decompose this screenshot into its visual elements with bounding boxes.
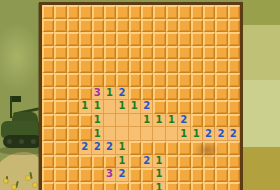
cell-6-12[interactable]	[191, 87, 203, 101]
cell-10-7[interactable]	[129, 141, 141, 155]
cell-6-0[interactable]	[42, 87, 54, 101]
cell-9-6[interactable]	[116, 127, 128, 141]
cell-2-4[interactable]	[92, 32, 104, 46]
cell-8-12[interactable]	[191, 114, 203, 128]
flower-icon	[12, 185, 16, 189]
cell-10-10[interactable]	[166, 141, 178, 155]
cell-5-3[interactable]	[79, 73, 91, 87]
cell-13-8[interactable]	[141, 182, 153, 190]
cell-7-9[interactable]	[153, 100, 165, 114]
cell-13-14[interactable]	[215, 182, 227, 190]
cell-2-8[interactable]	[141, 32, 153, 46]
cell-10-12[interactable]	[191, 141, 203, 155]
cell-1-1[interactable]	[54, 19, 66, 33]
cell-6-6[interactable]: 2	[116, 87, 128, 101]
cell-1-5[interactable]	[104, 19, 116, 33]
cell-4-8[interactable]	[141, 59, 153, 73]
cell-8-6[interactable]	[116, 114, 128, 128]
cell-6-14[interactable]	[215, 87, 227, 101]
cell-4-13[interactable]	[203, 59, 215, 73]
cell-2-10[interactable]	[166, 32, 178, 46]
cell-1-14[interactable]	[215, 19, 227, 33]
cell-11-12[interactable]	[191, 155, 203, 169]
cell-9-3[interactable]	[79, 127, 91, 141]
cell-9-13[interactable]: 2	[203, 127, 215, 141]
cell-4-2[interactable]	[67, 59, 79, 73]
tank-wheel	[7, 139, 12, 144]
cell-7-5[interactable]	[104, 100, 116, 114]
cell-2-5[interactable]	[104, 32, 116, 46]
cell-11-2[interactable]	[67, 155, 79, 169]
cell-8-11[interactable]: 2	[178, 114, 190, 128]
cell-13-15[interactable]	[228, 182, 240, 190]
cell-3-10[interactable]	[166, 46, 178, 60]
cell-8-3[interactable]	[79, 114, 91, 128]
cell-6-9[interactable]	[153, 87, 165, 101]
cell-1-13[interactable]	[203, 19, 215, 33]
cell-3-8[interactable]	[141, 46, 153, 60]
cell-4-1[interactable]	[54, 59, 66, 73]
cell-13-7[interactable]	[129, 182, 141, 190]
cell-1-0[interactable]	[42, 19, 54, 33]
cell-6-2[interactable]	[67, 87, 79, 101]
cell-12-15[interactable]	[228, 168, 240, 182]
cell-12-12[interactable]	[191, 168, 203, 182]
cell-10-14[interactable]	[215, 141, 227, 155]
cell-12-13[interactable]	[203, 168, 215, 182]
cell-4-0[interactable]	[42, 59, 54, 73]
sand-patch	[0, 152, 44, 190]
cell-5-12[interactable]	[191, 73, 203, 87]
background-band-low	[243, 80, 280, 147]
cell-2-1[interactable]	[54, 32, 66, 46]
cell-9-4[interactable]: 1	[92, 127, 104, 141]
cell-8-9[interactable]: 1	[153, 114, 165, 128]
cell-8-14[interactable]	[215, 114, 227, 128]
cell-8-15[interactable]	[228, 114, 240, 128]
game-scene: 312111121111211122222211213211	[0, 0, 280, 190]
cell-4-14[interactable]	[215, 59, 227, 73]
cell-12-11[interactable]	[178, 168, 190, 182]
cell-10-8[interactable]	[141, 141, 153, 155]
cell-3-12[interactable]	[191, 46, 203, 60]
cell-7-14[interactable]	[215, 100, 227, 114]
cell-13-10[interactable]	[166, 182, 178, 190]
cell-9-7[interactable]	[129, 127, 141, 141]
cell-9-1[interactable]	[54, 127, 66, 141]
cell-13-0[interactable]	[42, 182, 54, 190]
cell-1-9[interactable]	[153, 19, 165, 33]
cell-11-8[interactable]: 2	[141, 155, 153, 169]
cell-5-13[interactable]	[203, 73, 215, 87]
cell-10-9[interactable]	[153, 141, 165, 155]
cell-7-12[interactable]	[191, 100, 203, 114]
cell-5-6[interactable]	[116, 73, 128, 87]
cell-0-10[interactable]	[166, 5, 178, 19]
cell-4-4[interactable]	[92, 59, 104, 73]
cell-1-4[interactable]	[92, 19, 104, 33]
cell-7-0[interactable]	[42, 100, 54, 114]
cell-3-11[interactable]	[178, 46, 190, 60]
cell-7-1[interactable]	[54, 100, 66, 114]
cell-11-11[interactable]	[178, 155, 190, 169]
cell-0-9[interactable]	[153, 5, 165, 19]
cell-5-14[interactable]	[215, 73, 227, 87]
cell-11-7[interactable]	[129, 155, 141, 169]
cell-4-5[interactable]	[104, 59, 116, 73]
cell-8-10[interactable]: 1	[166, 114, 178, 128]
cell-0-4[interactable]	[92, 5, 104, 19]
cell-6-7[interactable]	[129, 87, 141, 101]
cell-12-9[interactable]: 1	[153, 168, 165, 182]
cell-13-6[interactable]	[116, 182, 128, 190]
cell-7-10[interactable]	[166, 100, 178, 114]
cell-5-5[interactable]	[104, 73, 116, 87]
cell-10-4[interactable]: 2	[92, 141, 104, 155]
cell-13-5[interactable]	[104, 182, 116, 190]
cell-8-7[interactable]	[129, 114, 141, 128]
cell-11-14[interactable]	[215, 155, 227, 169]
cell-2-0[interactable]	[42, 32, 54, 46]
cell-0-15[interactable]	[228, 5, 240, 19]
cell-10-5[interactable]: 2	[104, 141, 116, 155]
cell-2-9[interactable]	[153, 32, 165, 46]
cell-9-11[interactable]: 1	[178, 127, 190, 141]
flower-icon	[33, 183, 37, 187]
cell-4-7[interactable]	[129, 59, 141, 73]
cell-8-8[interactable]: 1	[141, 114, 153, 128]
cell-7-15[interactable]	[228, 100, 240, 114]
cell-1-15[interactable]	[228, 19, 240, 33]
cell-5-4[interactable]	[92, 73, 104, 87]
cell-1-3[interactable]	[79, 19, 91, 33]
cell-11-10[interactable]	[166, 155, 178, 169]
cell-5-8[interactable]	[141, 73, 153, 87]
tank	[0, 94, 44, 154]
cell-0-0[interactable]	[42, 5, 54, 19]
cell-8-5[interactable]	[104, 114, 116, 128]
cell-13-11[interactable]	[178, 182, 190, 190]
cell-0-1[interactable]	[54, 5, 66, 19]
cell-10-11[interactable]	[178, 141, 190, 155]
tank-flag	[12, 96, 21, 102]
cell-1-12[interactable]	[191, 19, 203, 33]
cell-10-15[interactable]	[228, 141, 240, 155]
cell-11-5[interactable]	[104, 155, 116, 169]
cell-7-2[interactable]	[67, 100, 79, 114]
tank-wheel	[19, 139, 24, 144]
background-band-mid	[243, 25, 280, 80]
cell-2-12[interactable]	[191, 32, 203, 46]
cell-9-14[interactable]: 2	[215, 127, 227, 141]
cell-3-1[interactable]	[54, 46, 66, 60]
cell-9-0[interactable]	[42, 127, 54, 141]
cell-10-0[interactable]	[42, 141, 54, 155]
cell-0-7[interactable]	[129, 5, 141, 19]
cell-3-5[interactable]	[104, 46, 116, 60]
cell-5-10[interactable]	[166, 73, 178, 87]
grass-highlight	[0, 22, 42, 92]
minesweeper-board[interactable]: 312111121111211122222211213211	[39, 2, 243, 190]
cell-7-3[interactable]: 1	[79, 100, 91, 114]
cell-4-12[interactable]	[191, 59, 203, 73]
cell-12-14[interactable]	[215, 168, 227, 182]
tank-wheel	[31, 139, 36, 144]
cell-4-15[interactable]	[228, 59, 240, 73]
cell-3-2[interactable]	[67, 46, 79, 60]
cell-0-6[interactable]	[116, 5, 128, 19]
cell-12-10[interactable]	[166, 168, 178, 182]
cell-0-12[interactable]	[191, 5, 203, 19]
background-band-top	[243, 0, 280, 25]
cell-7-11[interactable]	[178, 100, 190, 114]
background-band-bottom	[243, 147, 280, 190]
cell-6-13[interactable]	[203, 87, 215, 101]
cell-1-11[interactable]	[178, 19, 190, 33]
cell-11-1[interactable]	[54, 155, 66, 169]
board-grid: 312111121111211122222211213211	[42, 5, 240, 190]
cell-6-10[interactable]	[166, 87, 178, 101]
cell-9-5[interactable]	[104, 127, 116, 141]
cell-1-10[interactable]	[166, 19, 178, 33]
cell-9-15[interactable]: 2	[228, 127, 240, 141]
cell-12-0[interactable]	[42, 168, 54, 182]
cell-2-2[interactable]	[67, 32, 79, 46]
cell-13-2[interactable]	[67, 182, 79, 190]
cell-6-1[interactable]	[54, 87, 66, 101]
cell-13-9[interactable]: 1	[153, 182, 165, 190]
cell-8-13[interactable]	[203, 114, 215, 128]
cell-4-10[interactable]	[166, 59, 178, 73]
cell-0-5[interactable]	[104, 5, 116, 19]
cell-11-6[interactable]: 1	[116, 155, 128, 169]
cell-3-4[interactable]	[92, 46, 104, 60]
cell-12-2[interactable]	[67, 168, 79, 182]
flower-icon	[26, 176, 30, 180]
cell-5-1[interactable]	[54, 73, 66, 87]
cell-2-13[interactable]	[203, 32, 215, 46]
cell-10-13[interactable]	[203, 141, 215, 155]
cell-4-9[interactable]	[153, 59, 165, 73]
cell-0-2[interactable]	[67, 5, 79, 19]
cell-0-14[interactable]	[215, 5, 227, 19]
cell-11-3[interactable]	[79, 155, 91, 169]
cell-2-15[interactable]	[228, 32, 240, 46]
cell-3-15[interactable]	[228, 46, 240, 60]
cell-4-11[interactable]	[178, 59, 190, 73]
cell-9-8[interactable]	[141, 127, 153, 141]
cell-3-7[interactable]	[129, 46, 141, 60]
cell-9-2[interactable]	[67, 127, 79, 141]
cell-1-2[interactable]	[67, 19, 79, 33]
cell-1-7[interactable]	[129, 19, 141, 33]
cell-6-15[interactable]	[228, 87, 240, 101]
cell-6-8[interactable]	[141, 87, 153, 101]
cell-1-8[interactable]	[141, 19, 153, 33]
cell-7-6[interactable]: 1	[116, 100, 128, 114]
cell-10-6[interactable]: 1	[116, 141, 128, 155]
cell-5-0[interactable]	[42, 73, 54, 87]
cell-3-3[interactable]	[79, 46, 91, 60]
cell-8-1[interactable]	[54, 114, 66, 128]
cell-3-0[interactable]	[42, 46, 54, 60]
cell-11-13[interactable]	[203, 155, 215, 169]
cell-9-10[interactable]	[166, 127, 178, 141]
cell-0-8[interactable]	[141, 5, 153, 19]
cell-13-1[interactable]	[54, 182, 66, 190]
cell-11-0[interactable]	[42, 155, 54, 169]
cell-13-3[interactable]	[79, 182, 91, 190]
cell-10-3[interactable]: 2	[79, 141, 91, 155]
cell-2-11[interactable]	[178, 32, 190, 46]
cell-2-3[interactable]	[79, 32, 91, 46]
cell-3-14[interactable]	[215, 46, 227, 60]
cell-5-2[interactable]	[67, 73, 79, 87]
cell-12-1[interactable]	[54, 168, 66, 182]
cell-12-3[interactable]	[79, 168, 91, 182]
cell-3-6[interactable]	[116, 46, 128, 60]
cell-10-1[interactable]	[54, 141, 66, 155]
cell-4-3[interactable]	[79, 59, 91, 73]
cell-0-11[interactable]	[178, 5, 190, 19]
cell-0-3[interactable]	[79, 5, 91, 19]
cell-3-9[interactable]	[153, 46, 165, 60]
cell-12-7[interactable]	[129, 168, 141, 182]
cell-8-2[interactable]	[67, 114, 79, 128]
cell-12-6[interactable]: 2	[116, 168, 128, 182]
cell-3-13[interactable]	[203, 46, 215, 60]
cell-8-4[interactable]: 1	[92, 114, 104, 128]
cell-4-6[interactable]	[116, 59, 128, 73]
cell-6-3[interactable]	[79, 87, 91, 101]
cell-5-15[interactable]	[228, 73, 240, 87]
cell-9-9[interactable]	[153, 127, 165, 141]
cell-13-13[interactable]	[203, 182, 215, 190]
cell-8-0[interactable]	[42, 114, 54, 128]
cell-0-13[interactable]	[203, 5, 215, 19]
cell-13-4[interactable]	[92, 182, 104, 190]
cell-11-4[interactable]	[92, 155, 104, 169]
cell-2-6[interactable]	[116, 32, 128, 46]
cell-2-14[interactable]	[215, 32, 227, 46]
cell-12-5[interactable]: 3	[104, 168, 116, 182]
cell-10-2[interactable]	[67, 141, 79, 155]
cell-12-8[interactable]	[141, 168, 153, 182]
cell-9-12[interactable]: 1	[191, 127, 203, 141]
cell-6-5[interactable]: 1	[104, 87, 116, 101]
cell-7-13[interactable]	[203, 100, 215, 114]
cell-7-8[interactable]: 2	[141, 100, 153, 114]
cell-7-4[interactable]: 1	[92, 100, 104, 114]
cell-2-7[interactable]	[129, 32, 141, 46]
cell-1-6[interactable]	[116, 19, 128, 33]
cell-12-4[interactable]	[92, 168, 104, 182]
cell-5-7[interactable]	[129, 73, 141, 87]
cell-6-11[interactable]	[178, 87, 190, 101]
flower-icon	[4, 179, 8, 183]
cell-7-7[interactable]: 1	[129, 100, 141, 114]
cell-5-11[interactable]	[178, 73, 190, 87]
cell-13-12[interactable]	[191, 182, 203, 190]
cell-11-15[interactable]	[228, 155, 240, 169]
cell-11-9[interactable]: 1	[153, 155, 165, 169]
cell-6-4[interactable]: 3	[92, 87, 104, 101]
cell-5-9[interactable]	[153, 73, 165, 87]
